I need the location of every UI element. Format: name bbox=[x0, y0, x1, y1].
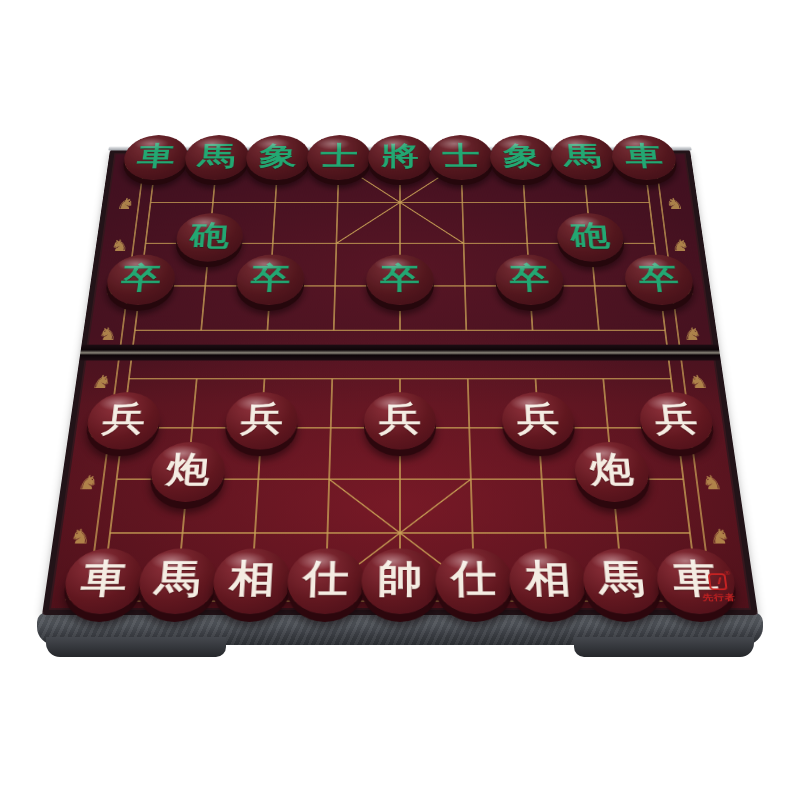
piece-black-soldier[interactable]: 卒 bbox=[104, 255, 177, 305]
piece-glyph: 象 bbox=[259, 143, 298, 169]
base-foot-right bbox=[574, 637, 754, 657]
piece-glyph: 車 bbox=[624, 143, 665, 169]
piece-black-soldier[interactable]: 卒 bbox=[623, 255, 696, 305]
piece-glyph: 卒 bbox=[509, 263, 550, 293]
piece-red-general[interactable]: 帥 bbox=[361, 548, 439, 614]
xiangqi-board[interactable]: ♞♞♞♞♞♞♞♞♞♞ ♞♞♞♞♞♞♞♞♞♞ 車馬象士將士象馬車砲砲卒卒卒卒卒兵兵… bbox=[42, 150, 758, 615]
piece-red-soldier[interactable]: 兵 bbox=[501, 392, 576, 449]
piece-black-soldier[interactable]: 卒 bbox=[495, 255, 565, 305]
piece-glyph: 兵 bbox=[516, 402, 560, 436]
piece-black-horse[interactable]: 馬 bbox=[183, 135, 251, 180]
piece-glyph: 兵 bbox=[653, 402, 699, 436]
piece-glyph: 卒 bbox=[120, 263, 163, 293]
piece-glyph: 車 bbox=[79, 559, 129, 598]
piece-black-cannon[interactable]: 砲 bbox=[174, 213, 244, 261]
piece-glyph: 仕 bbox=[451, 559, 497, 598]
registered-mark: ® bbox=[723, 570, 731, 577]
piece-red-advisor[interactable]: 仕 bbox=[286, 548, 365, 614]
piece-black-cannon[interactable]: 砲 bbox=[555, 213, 625, 261]
piece-black-advisor[interactable]: 士 bbox=[306, 135, 371, 180]
piece-red-soldier[interactable]: 兵 bbox=[637, 392, 716, 449]
piece-black-general[interactable]: 將 bbox=[368, 135, 432, 180]
piece-black-chariot[interactable]: 車 bbox=[121, 135, 190, 180]
piece-glyph: 卒 bbox=[250, 263, 291, 293]
piece-glyph: 兵 bbox=[101, 402, 147, 436]
piece-glyph: 卒 bbox=[637, 263, 680, 293]
piece-glyph: 卒 bbox=[380, 263, 420, 293]
piece-red-soldier[interactable]: 兵 bbox=[364, 392, 437, 449]
piece-glyph: 馬 bbox=[197, 143, 237, 169]
piece-glyph: 馬 bbox=[154, 559, 203, 598]
piece-glyph: 相 bbox=[228, 559, 276, 598]
piece-black-soldier[interactable]: 卒 bbox=[366, 255, 434, 305]
piece-black-advisor[interactable]: 士 bbox=[429, 135, 494, 180]
base-foot-left bbox=[46, 637, 226, 657]
piece-red-cannon[interactable]: 炮 bbox=[148, 442, 227, 502]
piece-glyph: 相 bbox=[524, 559, 572, 598]
brand-logo-text: 先行者 bbox=[702, 592, 736, 604]
piece-glyph: 兵 bbox=[240, 402, 284, 436]
piece-black-elephant[interactable]: 象 bbox=[489, 135, 555, 180]
piece-glyph: 馬 bbox=[563, 143, 603, 169]
piece-red-horse[interactable]: 馬 bbox=[581, 548, 664, 614]
brand-emblem-icon: ® bbox=[707, 573, 727, 590]
piece-glyph: 砲 bbox=[569, 221, 610, 249]
piece-glyph: 馬 bbox=[597, 559, 646, 598]
piece-black-horse[interactable]: 馬 bbox=[550, 135, 618, 180]
piece-red-elephant[interactable]: 相 bbox=[211, 548, 292, 614]
piece-glyph: 象 bbox=[502, 143, 541, 169]
piece-glyph: 砲 bbox=[189, 221, 230, 249]
piece-glyph: 士 bbox=[320, 143, 358, 169]
piece-glyph: 仕 bbox=[303, 559, 349, 598]
piece-red-elephant[interactable]: 相 bbox=[508, 548, 589, 614]
piece-glyph: 將 bbox=[381, 143, 419, 169]
brand-logo: ® 先行者 bbox=[700, 573, 737, 604]
piece-red-soldier[interactable]: 兵 bbox=[224, 392, 299, 449]
piece-glyph: 車 bbox=[136, 143, 177, 169]
piece-black-soldier[interactable]: 卒 bbox=[235, 255, 305, 305]
piece-glyph: 炮 bbox=[589, 452, 636, 487]
piece-red-advisor[interactable]: 仕 bbox=[435, 548, 514, 614]
piece-black-elephant[interactable]: 象 bbox=[245, 135, 311, 180]
piece-red-chariot[interactable]: 車 bbox=[61, 548, 146, 614]
piece-black-chariot[interactable]: 車 bbox=[610, 135, 679, 180]
piece-glyph: 兵 bbox=[379, 402, 422, 436]
piece-glyph: 帥 bbox=[377, 559, 423, 598]
piece-red-cannon[interactable]: 炮 bbox=[573, 442, 652, 502]
piece-glyph: 士 bbox=[442, 143, 480, 169]
piece-glyph: 炮 bbox=[165, 452, 212, 487]
piece-red-horse[interactable]: 馬 bbox=[136, 548, 219, 614]
piece-red-soldier[interactable]: 兵 bbox=[84, 392, 163, 449]
pieces-layer: 車馬象士將士象馬車砲砲卒卒卒卒卒兵兵兵兵兵炮炮車馬相仕帥仕相馬車 bbox=[42, 150, 758, 615]
product-photo: ♞♞♞♞♞♞♞♞♞♞ ♞♞♞♞♞♞♞♞♞♞ 車馬象士將士象馬車砲砲卒卒卒卒卒兵兵… bbox=[0, 0, 800, 800]
